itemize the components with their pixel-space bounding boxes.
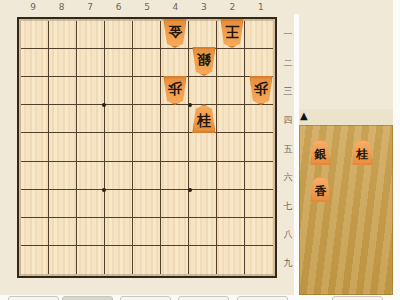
rank-label-7: 七 bbox=[281, 200, 295, 213]
board-square[interactable] bbox=[77, 77, 105, 105]
board-square[interactable] bbox=[133, 162, 161, 190]
board-square[interactable] bbox=[245, 246, 273, 274]
toolbar-button-5[interactable] bbox=[237, 296, 288, 300]
board-square[interactable] bbox=[77, 246, 105, 274]
hand-piece-knight[interactable]: 桂 bbox=[352, 139, 373, 165]
board-square[interactable] bbox=[49, 105, 77, 133]
file-label-1: 1 bbox=[251, 2, 271, 12]
file-label-5: 5 bbox=[137, 2, 157, 12]
board-square[interactable] bbox=[189, 77, 217, 105]
file-label-6: 6 bbox=[109, 2, 129, 12]
board-square[interactable] bbox=[21, 190, 49, 218]
board-square[interactable] bbox=[105, 218, 133, 246]
board-square[interactable] bbox=[245, 105, 273, 133]
board-square[interactable] bbox=[245, 190, 273, 218]
rank-label-4: 四 bbox=[281, 114, 295, 127]
komadai-piece-stand[interactable]: 銀桂香 bbox=[299, 125, 393, 295]
board-square[interactable] bbox=[21, 218, 49, 246]
board-square[interactable] bbox=[217, 218, 245, 246]
board-square[interactable] bbox=[21, 162, 49, 190]
rank-label-6: 六 bbox=[281, 171, 295, 184]
board-square[interactable] bbox=[245, 218, 273, 246]
sente-turn-marker-icon: ▲ bbox=[300, 111, 308, 121]
board-square[interactable] bbox=[49, 190, 77, 218]
file-label-8: 8 bbox=[52, 2, 72, 12]
toolbar-button-3[interactable] bbox=[120, 296, 171, 300]
board-square[interactable] bbox=[105, 133, 133, 161]
board-square[interactable] bbox=[245, 21, 273, 49]
rank-label-5: 五 bbox=[281, 143, 295, 156]
board-square[interactable] bbox=[189, 218, 217, 246]
toolbar-button-1[interactable] bbox=[8, 296, 59, 300]
file-label-9: 9 bbox=[23, 2, 43, 12]
board-square[interactable] bbox=[105, 246, 133, 274]
toolbar-button-4[interactable] bbox=[178, 296, 229, 300]
board-square[interactable] bbox=[217, 190, 245, 218]
komadai-header: ▲ bbox=[299, 109, 393, 125]
file-label-4: 4 bbox=[165, 2, 185, 12]
board-square[interactable] bbox=[217, 246, 245, 274]
shogi-app-screen: 987654321 一二三四五六七八九 金王銀歩歩桂 ▲ 銀桂香 bbox=[0, 0, 400, 300]
board-square[interactable] bbox=[133, 105, 161, 133]
rank-label-1: 一 bbox=[281, 28, 295, 41]
board-square[interactable] bbox=[21, 77, 49, 105]
board-square[interactable] bbox=[217, 162, 245, 190]
board-square[interactable] bbox=[189, 21, 217, 49]
hoshi-dot bbox=[188, 103, 192, 107]
board-square[interactable] bbox=[217, 49, 245, 77]
board-square[interactable] bbox=[105, 49, 133, 77]
board-square[interactable] bbox=[189, 133, 217, 161]
board-square[interactable] bbox=[189, 162, 217, 190]
board-square[interactable] bbox=[133, 190, 161, 218]
board-square[interactable] bbox=[49, 246, 77, 274]
board-square[interactable] bbox=[161, 49, 189, 77]
hand-piece-silver[interactable]: 銀 bbox=[310, 139, 331, 165]
board-square[interactable] bbox=[133, 246, 161, 274]
board-square[interactable] bbox=[133, 21, 161, 49]
board-square[interactable] bbox=[105, 77, 133, 105]
board-square[interactable] bbox=[161, 190, 189, 218]
board-square[interactable] bbox=[105, 190, 133, 218]
shogi-board[interactable] bbox=[19, 19, 275, 276]
toolbar-button-6[interactable] bbox=[332, 296, 383, 300]
board-square[interactable] bbox=[21, 49, 49, 77]
board-square[interactable] bbox=[49, 49, 77, 77]
board-square[interactable] bbox=[77, 218, 105, 246]
file-label-7: 7 bbox=[80, 2, 100, 12]
board-square[interactable] bbox=[189, 246, 217, 274]
rank-label-3: 三 bbox=[281, 85, 295, 98]
board-square[interactable] bbox=[217, 105, 245, 133]
board-square[interactable] bbox=[161, 162, 189, 190]
board-square[interactable] bbox=[49, 218, 77, 246]
file-label-2: 2 bbox=[222, 2, 242, 12]
board-square[interactable] bbox=[161, 246, 189, 274]
board-square[interactable] bbox=[133, 77, 161, 105]
file-label-3: 3 bbox=[194, 2, 214, 12]
board-square[interactable] bbox=[133, 133, 161, 161]
board-square[interactable] bbox=[133, 49, 161, 77]
board-square[interactable] bbox=[161, 218, 189, 246]
board-square[interactable] bbox=[133, 218, 161, 246]
board-square[interactable] bbox=[105, 162, 133, 190]
board-square[interactable] bbox=[161, 133, 189, 161]
board-square[interactable] bbox=[21, 21, 49, 49]
hand-piece-lance[interactable]: 香 bbox=[310, 176, 331, 202]
board-square[interactable] bbox=[77, 133, 105, 161]
board-square[interactable] bbox=[77, 105, 105, 133]
board-square[interactable] bbox=[21, 246, 49, 274]
board-square[interactable] bbox=[49, 21, 77, 49]
board-square[interactable] bbox=[49, 162, 77, 190]
board-square[interactable] bbox=[105, 21, 133, 49]
board-square[interactable] bbox=[21, 105, 49, 133]
board-square[interactable] bbox=[245, 162, 273, 190]
board-square[interactable] bbox=[189, 190, 217, 218]
board-square[interactable] bbox=[161, 105, 189, 133]
rank-label-9: 九 bbox=[281, 257, 295, 270]
board-square[interactable] bbox=[49, 77, 77, 105]
board-square[interactable] bbox=[77, 162, 105, 190]
board-square[interactable] bbox=[77, 49, 105, 77]
board-square[interactable] bbox=[21, 133, 49, 161]
board-square[interactable] bbox=[217, 133, 245, 161]
right-gutter bbox=[393, 0, 400, 300]
toolbar-button-2[interactable] bbox=[62, 296, 113, 300]
board-square[interactable] bbox=[217, 77, 245, 105]
board-square[interactable] bbox=[245, 49, 273, 77]
rank-label-8: 八 bbox=[281, 228, 295, 241]
board-square[interactable] bbox=[245, 133, 273, 161]
board-square[interactable] bbox=[105, 105, 133, 133]
board-square[interactable] bbox=[77, 190, 105, 218]
board-square[interactable] bbox=[49, 133, 77, 161]
rank-label-2: 二 bbox=[281, 57, 295, 70]
board-square[interactable] bbox=[77, 21, 105, 49]
